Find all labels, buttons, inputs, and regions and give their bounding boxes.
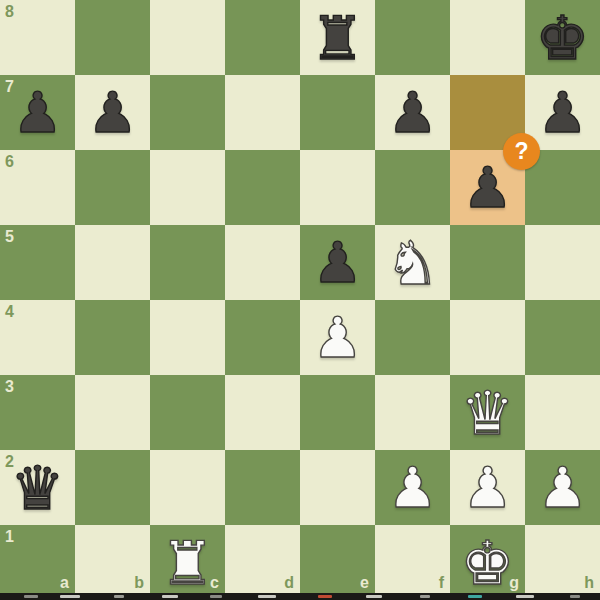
black-pawn[interactable]: ♟ bbox=[462, 160, 512, 216]
strip-speck bbox=[468, 595, 482, 598]
square-b8[interactable] bbox=[75, 0, 150, 75]
white-queen[interactable]: ♛ bbox=[461, 383, 515, 443]
rank-label-3: 3 bbox=[5, 377, 14, 396]
rank-label-4: 4 bbox=[5, 302, 14, 321]
square-f4[interactable] bbox=[375, 300, 450, 375]
square-f2[interactable]: ♟ bbox=[375, 450, 450, 525]
square-g8[interactable] bbox=[450, 0, 525, 75]
square-c4[interactable] bbox=[150, 300, 225, 375]
square-a3[interactable]: 3 bbox=[0, 375, 75, 450]
square-a7[interactable]: 7♟ bbox=[0, 75, 75, 150]
square-f6[interactable] bbox=[375, 150, 450, 225]
square-f5[interactable]: ♞ bbox=[375, 225, 450, 300]
strip-speck bbox=[516, 595, 534, 598]
square-b6[interactable] bbox=[75, 150, 150, 225]
square-d2[interactable] bbox=[225, 450, 300, 525]
square-f1[interactable]: f bbox=[375, 525, 450, 600]
bottom-ui-strip bbox=[0, 593, 600, 600]
square-h3[interactable] bbox=[525, 375, 600, 450]
square-g3[interactable]: ♛ bbox=[450, 375, 525, 450]
square-e8[interactable]: ♜ bbox=[300, 0, 375, 75]
file-label-e: e bbox=[360, 575, 369, 591]
square-e7[interactable] bbox=[300, 75, 375, 150]
square-e3[interactable] bbox=[300, 375, 375, 450]
black-pawn[interactable]: ♟ bbox=[537, 85, 587, 141]
white-pawn[interactable]: ♟ bbox=[537, 460, 587, 516]
black-pawn[interactable]: ♟ bbox=[387, 85, 437, 141]
chess-board: 8♜♚7♟♟♟♟6♟5♟♞4♟3♛2♛♟♟♟1abc♜defg♚h bbox=[0, 0, 600, 600]
square-a8[interactable]: 8 bbox=[0, 0, 75, 75]
square-h1[interactable]: h bbox=[525, 525, 600, 600]
square-d7[interactable] bbox=[225, 75, 300, 150]
file-label-b: b bbox=[134, 575, 144, 591]
mistake-badge: ? bbox=[503, 133, 540, 170]
square-c8[interactable] bbox=[150, 0, 225, 75]
black-pawn[interactable]: ♟ bbox=[312, 235, 362, 291]
rank-label-6: 6 bbox=[5, 152, 14, 171]
square-c1[interactable]: c♜ bbox=[150, 525, 225, 600]
square-f7[interactable]: ♟ bbox=[375, 75, 450, 150]
square-e5[interactable]: ♟ bbox=[300, 225, 375, 300]
square-c5[interactable] bbox=[150, 225, 225, 300]
square-b1[interactable]: b bbox=[75, 525, 150, 600]
square-h2[interactable]: ♟ bbox=[525, 450, 600, 525]
square-e1[interactable]: e bbox=[300, 525, 375, 600]
square-b5[interactable] bbox=[75, 225, 150, 300]
square-g5[interactable] bbox=[450, 225, 525, 300]
white-pawn[interactable]: ♟ bbox=[312, 310, 362, 366]
file-label-d: d bbox=[284, 575, 294, 591]
rank-label-8: 8 bbox=[5, 2, 14, 21]
strip-speck bbox=[114, 595, 124, 598]
square-b2[interactable] bbox=[75, 450, 150, 525]
strip-speck bbox=[24, 595, 38, 598]
square-g1[interactable]: g♚ bbox=[450, 525, 525, 600]
square-e6[interactable] bbox=[300, 150, 375, 225]
white-knight[interactable]: ♞ bbox=[386, 233, 440, 293]
strip-speck bbox=[60, 595, 80, 598]
square-a5[interactable]: 5 bbox=[0, 225, 75, 300]
square-d3[interactable] bbox=[225, 375, 300, 450]
rank-label-1: 1 bbox=[5, 527, 14, 546]
strip-speck bbox=[258, 595, 276, 598]
black-rook[interactable]: ♜ bbox=[311, 8, 365, 68]
square-c3[interactable] bbox=[150, 375, 225, 450]
square-a6[interactable]: 6 bbox=[0, 150, 75, 225]
strip-speck bbox=[318, 595, 332, 598]
strip-speck bbox=[420, 595, 430, 598]
square-f8[interactable] bbox=[375, 0, 450, 75]
square-e2[interactable] bbox=[300, 450, 375, 525]
file-label-h: h bbox=[584, 575, 594, 591]
square-c7[interactable] bbox=[150, 75, 225, 150]
white-rook[interactable]: ♜ bbox=[161, 533, 215, 593]
black-pawn[interactable]: ♟ bbox=[12, 85, 62, 141]
file-label-a: a bbox=[60, 575, 69, 591]
strip-speck bbox=[570, 595, 580, 598]
square-d5[interactable] bbox=[225, 225, 300, 300]
black-queen[interactable]: ♛ bbox=[11, 458, 65, 518]
square-a1[interactable]: 1a bbox=[0, 525, 75, 600]
square-b4[interactable] bbox=[75, 300, 150, 375]
square-d6[interactable] bbox=[225, 150, 300, 225]
white-pawn[interactable]: ♟ bbox=[387, 460, 437, 516]
square-h8[interactable]: ♚ bbox=[525, 0, 600, 75]
strip-speck bbox=[162, 595, 178, 598]
square-g2[interactable]: ♟ bbox=[450, 450, 525, 525]
square-b3[interactable] bbox=[75, 375, 150, 450]
square-a2[interactable]: 2♛ bbox=[0, 450, 75, 525]
chess-board-container: 8♜♚7♟♟♟♟6♟5♟♞4♟3♛2♛♟♟♟1abc♜defg♚h ? bbox=[0, 0, 600, 600]
square-c6[interactable] bbox=[150, 150, 225, 225]
black-king[interactable]: ♚ bbox=[536, 8, 590, 68]
square-d1[interactable]: d bbox=[225, 525, 300, 600]
square-h7[interactable]: ♟ bbox=[525, 75, 600, 150]
square-a4[interactable]: 4 bbox=[0, 300, 75, 375]
strip-speck bbox=[210, 595, 222, 598]
black-pawn[interactable]: ♟ bbox=[87, 85, 137, 141]
white-pawn[interactable]: ♟ bbox=[462, 460, 512, 516]
strip-speck bbox=[366, 595, 382, 598]
square-f3[interactable] bbox=[375, 375, 450, 450]
square-c2[interactable] bbox=[150, 450, 225, 525]
rank-label-5: 5 bbox=[5, 227, 14, 246]
square-h5[interactable] bbox=[525, 225, 600, 300]
square-h4[interactable] bbox=[525, 300, 600, 375]
square-e4[interactable]: ♟ bbox=[300, 300, 375, 375]
square-d4[interactable] bbox=[225, 300, 300, 375]
square-b7[interactable]: ♟ bbox=[75, 75, 150, 150]
white-king[interactable]: ♚ bbox=[461, 533, 515, 593]
square-g4[interactable] bbox=[450, 300, 525, 375]
square-d8[interactable] bbox=[225, 0, 300, 75]
file-label-f: f bbox=[439, 575, 444, 591]
